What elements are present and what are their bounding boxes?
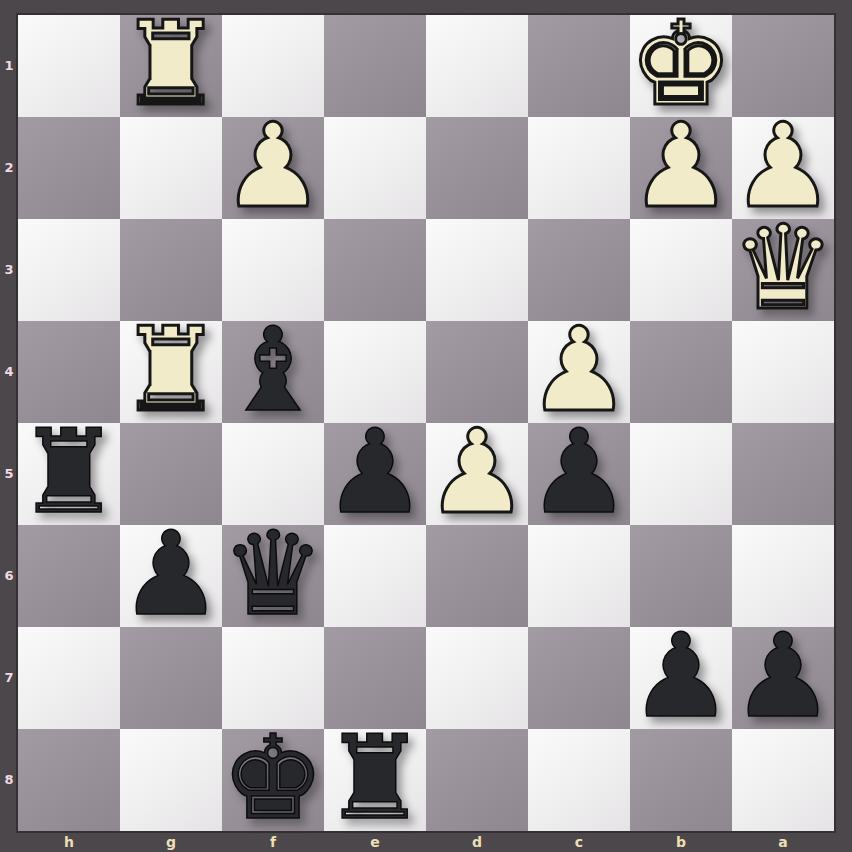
file-label-h: h [18, 834, 120, 852]
square-d6[interactable] [426, 525, 528, 627]
square-c8[interactable] [528, 729, 630, 831]
black-pawn-icon[interactable]: ♟ [527, 421, 631, 523]
square-e1[interactable] [324, 15, 426, 117]
rank-label-3: 3 [0, 262, 18, 277]
square-a4[interactable] [732, 321, 834, 423]
square-g4[interactable]: ♜ [120, 321, 222, 423]
square-h5[interactable]: ♜ [18, 423, 120, 525]
square-b2[interactable]: ♟ [630, 117, 732, 219]
square-d7[interactable] [426, 627, 528, 729]
square-b5[interactable] [630, 423, 732, 525]
square-f2[interactable]: ♟ [222, 117, 324, 219]
square-d8[interactable] [426, 729, 528, 831]
rank-label-4: 4 [0, 364, 18, 379]
square-c5[interactable]: ♟ [528, 423, 630, 525]
square-c7[interactable] [528, 627, 630, 729]
black-queen-icon[interactable]: ♛ [221, 523, 325, 625]
square-h3[interactable] [18, 219, 120, 321]
square-a7[interactable]: ♟ [732, 627, 834, 729]
file-label-d: d [426, 834, 528, 852]
black-pawn-icon[interactable]: ♟ [731, 625, 835, 727]
square-h7[interactable] [18, 627, 120, 729]
square-g1[interactable]: ♜ [120, 15, 222, 117]
square-f4[interactable]: ♝ [222, 321, 324, 423]
square-b4[interactable] [630, 321, 732, 423]
black-rook-icon[interactable]: ♜ [17, 421, 121, 523]
square-g6[interactable]: ♟ [120, 525, 222, 627]
rank-label-8: 8 [0, 772, 18, 787]
square-b3[interactable] [630, 219, 732, 321]
square-g2[interactable] [120, 117, 222, 219]
white-rook-icon[interactable]: ♜ [119, 319, 223, 421]
rank-label-1: 1 [0, 58, 18, 73]
square-h2[interactable] [18, 117, 120, 219]
square-h1[interactable] [18, 15, 120, 117]
square-e2[interactable] [324, 117, 426, 219]
file-label-a: a [732, 834, 834, 852]
square-b8[interactable] [630, 729, 732, 831]
black-king-icon[interactable]: ♚ [221, 727, 325, 829]
square-a5[interactable] [732, 423, 834, 525]
white-pawn-icon[interactable]: ♟ [629, 115, 733, 217]
square-h8[interactable] [18, 729, 120, 831]
square-e8[interactable]: ♜ [324, 729, 426, 831]
white-queen-icon[interactable]: ♛ [731, 217, 835, 319]
black-pawn-icon[interactable]: ♟ [323, 421, 427, 523]
rank-label-7: 7 [0, 670, 18, 685]
black-pawn-icon[interactable]: ♟ [119, 523, 223, 625]
square-g8[interactable] [120, 729, 222, 831]
file-label-g: g [120, 834, 222, 852]
square-g7[interactable] [120, 627, 222, 729]
rank-label-5: 5 [0, 466, 18, 481]
square-e3[interactable] [324, 219, 426, 321]
square-c6[interactable] [528, 525, 630, 627]
white-rook-icon[interactable]: ♜ [119, 13, 223, 115]
square-d1[interactable] [426, 15, 528, 117]
square-e5[interactable]: ♟ [324, 423, 426, 525]
square-d3[interactable] [426, 219, 528, 321]
file-label-e: e [324, 834, 426, 852]
square-a8[interactable] [732, 729, 834, 831]
square-d5[interactable]: ♟ [426, 423, 528, 525]
square-c2[interactable] [528, 117, 630, 219]
square-b7[interactable]: ♟ [630, 627, 732, 729]
square-a3[interactable]: ♛ [732, 219, 834, 321]
square-f6[interactable]: ♛ [222, 525, 324, 627]
black-bishop-icon[interactable]: ♝ [221, 319, 325, 421]
square-h6[interactable] [18, 525, 120, 627]
square-f8[interactable]: ♚ [222, 729, 324, 831]
square-e6[interactable] [324, 525, 426, 627]
file-label-f: f [222, 834, 324, 852]
white-pawn-icon[interactable]: ♟ [425, 421, 529, 523]
file-label-b: b [630, 834, 732, 852]
square-d2[interactable] [426, 117, 528, 219]
black-rook-icon[interactable]: ♜ [323, 727, 427, 829]
black-pawn-icon[interactable]: ♟ [629, 625, 733, 727]
chess-board: ♜♚♟♟♟♛♜♝♟♜♟♟♟♟♛♟♟♚♜ [18, 15, 834, 831]
file-label-c: c [528, 834, 630, 852]
rank-label-6: 6 [0, 568, 18, 583]
rank-label-2: 2 [0, 160, 18, 175]
white-pawn-icon[interactable]: ♟ [221, 115, 325, 217]
square-c1[interactable] [528, 15, 630, 117]
